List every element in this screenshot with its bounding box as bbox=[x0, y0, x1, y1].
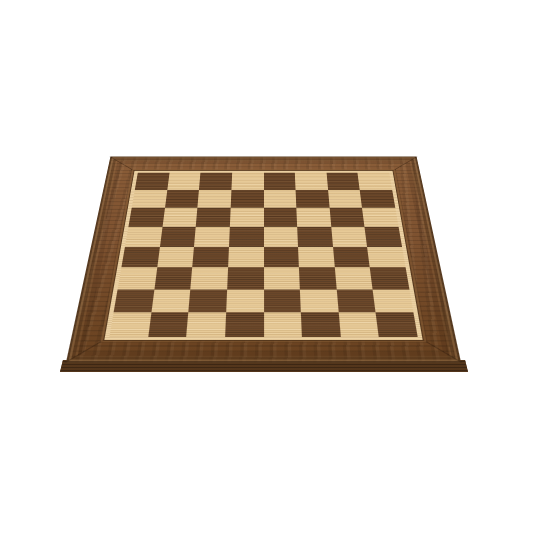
square-h2 bbox=[373, 289, 414, 312]
square-h5 bbox=[365, 227, 402, 247]
square-a6 bbox=[128, 208, 164, 227]
square-f6 bbox=[296, 208, 331, 227]
square-e7 bbox=[264, 190, 297, 208]
square-f5 bbox=[297, 227, 332, 247]
square-g7 bbox=[328, 190, 363, 208]
frame-miter-seam bbox=[421, 339, 461, 363]
square-f8 bbox=[295, 173, 328, 190]
square-e5 bbox=[264, 227, 299, 247]
square-d8 bbox=[231, 173, 263, 190]
frame-miter-seam bbox=[65, 339, 105, 363]
square-b3 bbox=[154, 267, 192, 289]
square-f2 bbox=[300, 289, 338, 312]
square-b7 bbox=[165, 190, 200, 208]
square-g6 bbox=[329, 208, 364, 227]
square-b4 bbox=[157, 247, 194, 268]
square-c3 bbox=[191, 267, 228, 289]
board-squares bbox=[109, 173, 417, 338]
square-g3 bbox=[335, 267, 373, 289]
square-e4 bbox=[264, 247, 300, 268]
square-g1 bbox=[338, 313, 379, 338]
chess-board bbox=[66, 157, 461, 363]
square-c6 bbox=[196, 208, 231, 227]
square-c1 bbox=[186, 313, 226, 338]
square-b8 bbox=[167, 173, 201, 190]
square-a7 bbox=[132, 190, 167, 208]
square-g5 bbox=[331, 227, 367, 247]
square-f4 bbox=[298, 247, 334, 268]
square-b5 bbox=[160, 227, 196, 247]
square-b2 bbox=[151, 289, 191, 312]
square-c5 bbox=[194, 227, 229, 247]
square-h6 bbox=[362, 208, 398, 227]
frame-miter-seam bbox=[110, 157, 136, 172]
square-h3 bbox=[370, 267, 409, 289]
square-h4 bbox=[367, 247, 405, 268]
square-d7 bbox=[231, 190, 264, 208]
square-a2 bbox=[114, 289, 155, 312]
square-h7 bbox=[360, 190, 395, 208]
square-f1 bbox=[301, 313, 341, 338]
white-background bbox=[0, 0, 533, 533]
square-h1 bbox=[376, 313, 418, 338]
square-c8 bbox=[199, 173, 232, 190]
square-a8 bbox=[135, 173, 169, 190]
square-d6 bbox=[230, 208, 264, 227]
square-d5 bbox=[229, 227, 264, 247]
square-f7 bbox=[296, 190, 330, 208]
square-a5 bbox=[125, 227, 162, 247]
square-b6 bbox=[162, 208, 197, 227]
square-e1 bbox=[264, 313, 303, 338]
square-f3 bbox=[299, 267, 336, 289]
square-d4 bbox=[228, 247, 264, 268]
square-b1 bbox=[148, 313, 189, 338]
square-a1 bbox=[109, 313, 151, 338]
square-d2 bbox=[226, 289, 263, 312]
square-g2 bbox=[336, 289, 376, 312]
square-d3 bbox=[227, 267, 263, 289]
square-c2 bbox=[189, 289, 227, 312]
square-e2 bbox=[264, 289, 301, 312]
square-e3 bbox=[264, 267, 300, 289]
frame-miter-seam bbox=[392, 157, 418, 172]
square-e8 bbox=[264, 173, 296, 190]
square-e6 bbox=[264, 208, 298, 227]
square-a4 bbox=[121, 247, 159, 268]
square-a3 bbox=[118, 267, 157, 289]
square-c4 bbox=[192, 247, 228, 268]
square-g8 bbox=[326, 173, 360, 190]
square-c7 bbox=[198, 190, 232, 208]
square-g4 bbox=[333, 247, 370, 268]
square-h8 bbox=[358, 173, 392, 190]
square-d1 bbox=[225, 313, 264, 338]
